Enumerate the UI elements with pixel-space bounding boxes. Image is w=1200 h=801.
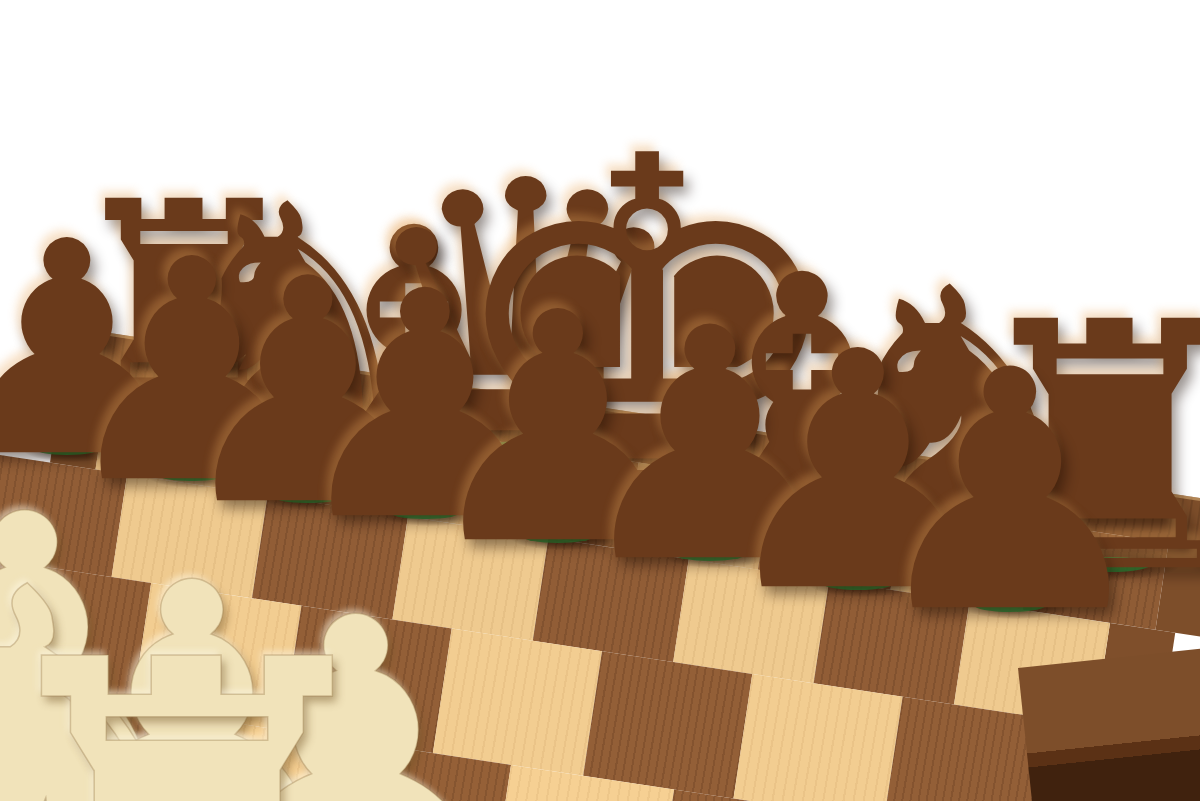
square-f6	[583, 651, 752, 798]
chess-set-photo: ♜♞♝♛♚♝♞♜♟♟♟♟♟♟♟♟♟♞♟♜♟	[0, 0, 1200, 801]
piece-black-pawn-h7: ♟	[862, 328, 1159, 659]
piece-white-rook-h1: ♜	[0, 595, 419, 801]
square-g6	[733, 674, 902, 801]
